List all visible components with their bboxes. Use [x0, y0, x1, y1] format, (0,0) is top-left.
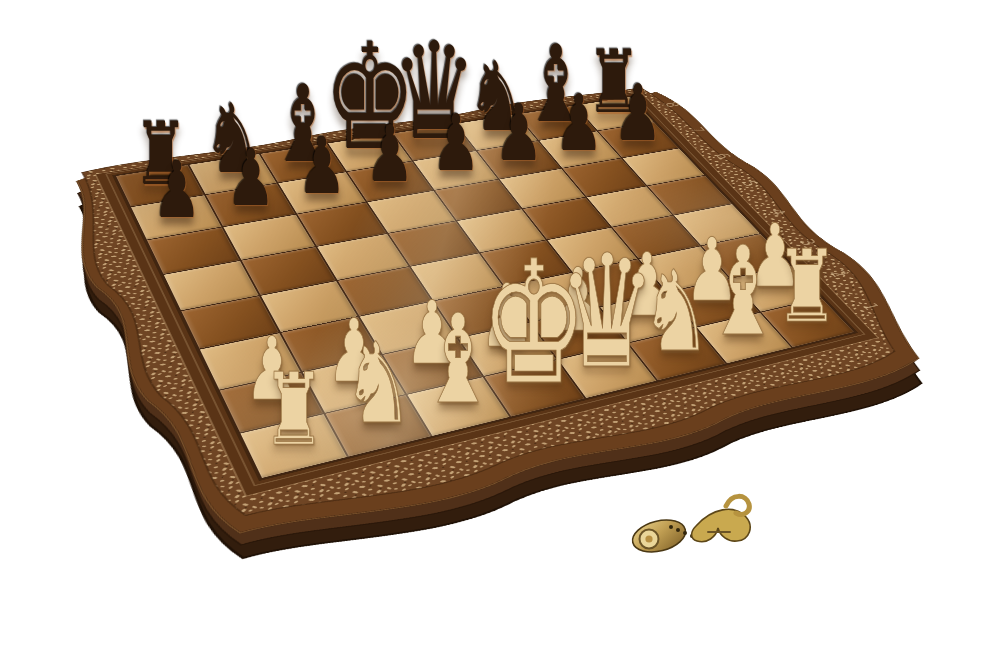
brass-clasp-icon: [612, 488, 772, 574]
chess-set-photo: 87654321 ♜♞♝♚♛♞♝♜♟♟♟♟♟♟♟♟♟♟♟♟♟♟♟♟♜♞♝♚♛♞♝…: [0, 0, 1000, 666]
